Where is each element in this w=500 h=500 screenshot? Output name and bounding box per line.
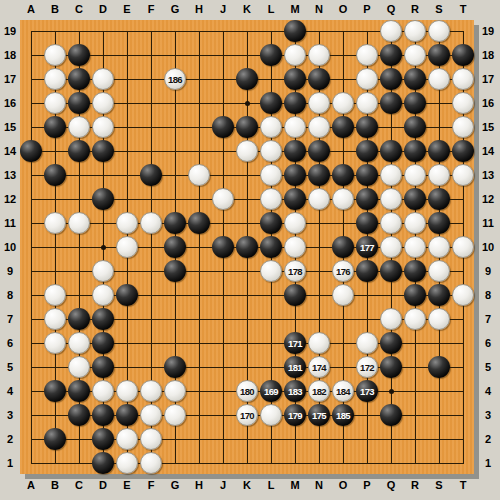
col-label-bottom-L: L	[262, 478, 280, 492]
intersection-G8[interactable]	[167, 287, 183, 303]
intersection-B12[interactable]	[47, 191, 63, 207]
intersection-P1[interactable]	[359, 455, 375, 471]
intersection-T5[interactable]	[455, 359, 471, 375]
intersection-C19[interactable]	[71, 23, 87, 39]
stone-black-N13	[308, 164, 330, 186]
col-label-bottom-A: A	[22, 478, 40, 492]
row-label-right-8: 8	[479, 288, 497, 302]
intersection-G14[interactable]	[167, 143, 183, 159]
intersection-S15[interactable]	[431, 119, 447, 135]
intersection-B9[interactable]	[47, 263, 63, 279]
stone-black-M12	[284, 188, 306, 210]
stone-white-E4	[116, 380, 138, 402]
intersection-O5[interactable]	[335, 359, 351, 375]
stone-white-P18	[356, 44, 378, 66]
intersection-L8[interactable]	[263, 287, 279, 303]
intersection-A13[interactable]	[23, 167, 39, 183]
intersection-K8[interactable]	[239, 287, 255, 303]
intersection-N9[interactable]	[311, 263, 327, 279]
intersection-K5[interactable]	[239, 359, 255, 375]
intersection-H1[interactable]	[191, 455, 207, 471]
intersection-A16[interactable]	[23, 95, 39, 111]
intersection-N11[interactable]	[311, 215, 327, 231]
stone-black-M6: 171	[284, 332, 306, 354]
stone-white-N4: 182	[308, 380, 330, 402]
intersection-E6[interactable]	[119, 335, 135, 351]
intersection-A2[interactable]	[23, 431, 39, 447]
stone-black-R12	[404, 188, 426, 210]
intersection-S16[interactable]	[431, 95, 447, 111]
intersection-A4[interactable]	[23, 383, 39, 399]
stone-black-P10: 177	[356, 236, 378, 258]
intersection-H10[interactable]	[191, 239, 207, 255]
intersection-G1[interactable]	[167, 455, 183, 471]
intersection-H17[interactable]	[191, 71, 207, 87]
stone-black-C16	[68, 92, 90, 114]
intersection-T6[interactable]	[455, 335, 471, 351]
intersection-F5[interactable]	[143, 359, 159, 375]
intersection-K13[interactable]	[239, 167, 255, 183]
stone-black-P14	[356, 140, 378, 162]
stone-white-M11	[284, 212, 306, 234]
intersection-K12[interactable]	[239, 191, 255, 207]
col-label-bottom-S: S	[430, 478, 448, 492]
intersection-M2[interactable]	[287, 431, 303, 447]
intersection-D13[interactable]	[95, 167, 111, 183]
stone-black-R17	[404, 68, 426, 90]
intersection-K18[interactable]	[239, 47, 255, 63]
stone-black-B2	[44, 428, 66, 450]
intersection-A12[interactable]	[23, 191, 39, 207]
intersection-A15[interactable]	[23, 119, 39, 135]
stone-black-P4: 173	[356, 380, 378, 402]
intersection-H9[interactable]	[191, 263, 207, 279]
intersection-J19[interactable]	[215, 23, 231, 39]
intersection-H18[interactable]	[191, 47, 207, 63]
intersection-J7[interactable]	[215, 311, 231, 327]
col-label-bottom-K: K	[238, 478, 256, 492]
intersection-J17[interactable]	[215, 71, 231, 87]
stone-white-L3	[260, 404, 282, 426]
intersection-R1[interactable]	[407, 455, 423, 471]
intersection-J13[interactable]	[215, 167, 231, 183]
intersection-O2[interactable]	[335, 431, 351, 447]
intersection-G6[interactable]	[167, 335, 183, 351]
row-label-right-3: 3	[479, 408, 497, 422]
intersection-A3[interactable]	[23, 407, 39, 423]
intersection-H14[interactable]	[191, 143, 207, 159]
stone-white-O16	[332, 92, 354, 114]
stone-black-K17	[236, 68, 258, 90]
intersection-T3[interactable]	[455, 407, 471, 423]
intersection-F10[interactable]	[143, 239, 159, 255]
intersection-H7[interactable]	[191, 311, 207, 327]
intersection-J8[interactable]	[215, 287, 231, 303]
stone-white-R7	[404, 308, 426, 330]
intersection-K1[interactable]	[239, 455, 255, 471]
stone-white-R18	[404, 44, 426, 66]
col-label-bottom-N: N	[310, 478, 328, 492]
move-number-185: 185	[336, 411, 350, 421]
intersection-L19[interactable]	[263, 23, 279, 39]
stone-black-K10	[236, 236, 258, 258]
intersection-B14[interactable]	[47, 143, 63, 159]
intersection-Q8[interactable]	[383, 287, 399, 303]
col-label-top-C: C	[70, 2, 88, 16]
intersection-F17[interactable]	[143, 71, 159, 87]
row-label-left-19: 19	[1, 24, 19, 38]
col-label-bottom-P: P	[358, 478, 376, 492]
intersection-K7[interactable]	[239, 311, 255, 327]
intersection-F6[interactable]	[143, 335, 159, 351]
intersection-Q4[interactable]	[383, 383, 399, 399]
intersection-P19[interactable]	[359, 23, 375, 39]
row-label-right-16: 16	[479, 96, 497, 110]
intersection-O6[interactable]	[335, 335, 351, 351]
intersection-A9[interactable]	[23, 263, 39, 279]
intersection-E19[interactable]	[119, 23, 135, 39]
col-label-bottom-J: J	[214, 478, 232, 492]
intersection-M1[interactable]	[287, 455, 303, 471]
intersection-A18[interactable]	[23, 47, 39, 63]
intersection-O17[interactable]	[335, 71, 351, 87]
stone-black-R8	[404, 284, 426, 306]
stone-black-N17	[308, 68, 330, 90]
intersection-N7[interactable]	[311, 311, 327, 327]
intersection-T11[interactable]	[455, 215, 471, 231]
intersection-J9[interactable]	[215, 263, 231, 279]
intersection-H3[interactable]	[191, 407, 207, 423]
move-number-177: 177	[360, 243, 374, 253]
intersection-E9[interactable]	[119, 263, 135, 279]
stone-black-Q6	[380, 332, 402, 354]
col-label-top-N: N	[310, 2, 328, 16]
intersection-L17[interactable]	[263, 71, 279, 87]
row-label-left-13: 13	[1, 168, 19, 182]
stone-white-E2	[116, 428, 138, 450]
col-label-bottom-O: O	[334, 478, 352, 492]
intersection-H15[interactable]	[191, 119, 207, 135]
intersection-C9[interactable]	[71, 263, 87, 279]
move-number-171: 171	[288, 339, 302, 349]
row-label-right-6: 6	[479, 336, 497, 350]
stone-white-Q7	[380, 308, 402, 330]
intersection-F12[interactable]	[143, 191, 159, 207]
intersection-A10[interactable]	[23, 239, 39, 255]
stone-white-T13	[452, 164, 474, 186]
intersection-N10[interactable]	[311, 239, 327, 255]
intersection-B10[interactable]	[47, 239, 63, 255]
intersection-R5[interactable]	[407, 359, 423, 375]
stone-black-T18	[452, 44, 474, 66]
stone-white-K4: 180	[236, 380, 258, 402]
intersection-L6[interactable]	[263, 335, 279, 351]
stone-white-C5	[68, 356, 90, 378]
stone-black-F13	[140, 164, 162, 186]
intersection-T2[interactable]	[455, 431, 471, 447]
move-number-176: 176	[336, 267, 350, 277]
intersection-E13[interactable]	[119, 167, 135, 183]
stone-white-T17	[452, 68, 474, 90]
intersection-J4[interactable]	[215, 383, 231, 399]
intersection-J18[interactable]	[215, 47, 231, 63]
intersection-K19[interactable]	[239, 23, 255, 39]
intersection-E14[interactable]	[119, 143, 135, 159]
intersection-N19[interactable]	[311, 23, 327, 39]
intersection-F15[interactable]	[143, 119, 159, 135]
stone-black-R15	[404, 116, 426, 138]
intersection-O18[interactable]	[335, 47, 351, 63]
stone-black-D5	[92, 356, 114, 378]
intersection-D11[interactable]	[95, 215, 111, 231]
row-label-left-3: 3	[1, 408, 19, 422]
intersection-S1[interactable]	[431, 455, 447, 471]
stone-black-R14	[404, 140, 426, 162]
row-label-right-10: 10	[479, 240, 497, 254]
stone-black-P15	[356, 116, 378, 138]
intersection-K2[interactable]	[239, 431, 255, 447]
intersection-H5[interactable]	[191, 359, 207, 375]
intersection-T1[interactable]	[455, 455, 471, 471]
stone-black-G11	[164, 212, 186, 234]
stone-black-N3: 175	[308, 404, 330, 426]
intersection-T4[interactable]	[455, 383, 471, 399]
intersection-O19[interactable]	[335, 23, 351, 39]
intersection-E15[interactable]	[119, 119, 135, 135]
stone-black-Q3	[380, 404, 402, 426]
stone-black-D7	[92, 308, 114, 330]
intersection-A1[interactable]	[23, 455, 39, 471]
intersection-A17[interactable]	[23, 71, 39, 87]
go-board[interactable]: 1861771781761711811741721801691831821841…	[20, 20, 474, 474]
stone-white-K3: 170	[236, 404, 258, 426]
intersection-A6[interactable]	[23, 335, 39, 351]
intersection-F14[interactable]	[143, 143, 159, 159]
intersection-O1[interactable]	[335, 455, 351, 471]
stone-black-L18	[260, 44, 282, 66]
stone-black-L4: 169	[260, 380, 282, 402]
intersection-G18[interactable]	[167, 47, 183, 63]
intersection-A8[interactable]	[23, 287, 39, 303]
intersection-H8[interactable]	[191, 287, 207, 303]
intersection-J6[interactable]	[215, 335, 231, 351]
intersection-G2[interactable]	[167, 431, 183, 447]
intersection-D19[interactable]	[95, 23, 111, 39]
intersection-T12[interactable]	[455, 191, 471, 207]
intersection-C10[interactable]	[71, 239, 87, 255]
stone-black-M17	[284, 68, 306, 90]
intersection-C13[interactable]	[71, 167, 87, 183]
intersection-J11[interactable]	[215, 215, 231, 231]
intersection-F19[interactable]	[143, 23, 159, 39]
intersection-O14[interactable]	[335, 143, 351, 159]
intersection-Q1[interactable]	[383, 455, 399, 471]
stone-white-Q13	[380, 164, 402, 186]
intersection-F7[interactable]	[143, 311, 159, 327]
intersection-R2[interactable]	[407, 431, 423, 447]
row-label-left-16: 16	[1, 96, 19, 110]
intersection-F9[interactable]	[143, 263, 159, 279]
intersection-T7[interactable]	[455, 311, 471, 327]
intersection-F18[interactable]	[143, 47, 159, 63]
intersection-E18[interactable]	[119, 47, 135, 63]
move-number-174: 174	[312, 363, 326, 373]
intersection-S6[interactable]	[431, 335, 447, 351]
intersection-E7[interactable]	[119, 311, 135, 327]
stone-black-M16	[284, 92, 306, 114]
intersection-K9[interactable]	[239, 263, 255, 279]
intersection-A7[interactable]	[23, 311, 39, 327]
intersection-J2[interactable]	[215, 431, 231, 447]
intersection-H6[interactable]	[191, 335, 207, 351]
stone-black-C14	[68, 140, 90, 162]
intersection-F16[interactable]	[143, 95, 159, 111]
col-label-top-E: E	[118, 2, 136, 16]
stone-white-F11	[140, 212, 162, 234]
intersection-D10[interactable]	[95, 239, 111, 255]
intersection-P7[interactable]	[359, 311, 375, 327]
row-label-left-7: 7	[1, 312, 19, 326]
col-label-top-J: J	[214, 2, 232, 16]
stone-white-F3	[140, 404, 162, 426]
intersection-J5[interactable]	[215, 359, 231, 375]
intersection-J16[interactable]	[215, 95, 231, 111]
intersection-A19[interactable]	[23, 23, 39, 39]
intersection-Q2[interactable]	[383, 431, 399, 447]
col-label-bottom-R: R	[406, 478, 424, 492]
stone-white-S9	[428, 260, 450, 282]
intersection-T19[interactable]	[455, 23, 471, 39]
intersection-G19[interactable]	[167, 23, 183, 39]
intersection-A5[interactable]	[23, 359, 39, 375]
intersection-C1[interactable]	[71, 455, 87, 471]
row-label-right-1: 1	[479, 456, 497, 470]
intersection-B19[interactable]	[47, 23, 63, 39]
row-label-right-5: 5	[479, 360, 497, 374]
intersection-C2[interactable]	[71, 431, 87, 447]
intersection-K11[interactable]	[239, 215, 255, 231]
stone-white-D15	[92, 116, 114, 138]
intersection-N2[interactable]	[311, 431, 327, 447]
row-label-left-2: 2	[1, 432, 19, 446]
row-label-right-9: 9	[479, 264, 497, 278]
stone-black-S14	[428, 140, 450, 162]
intersection-M7[interactable]	[287, 311, 303, 327]
stone-white-L15	[260, 116, 282, 138]
intersection-G15[interactable]	[167, 119, 183, 135]
stone-black-G5	[164, 356, 186, 378]
intersection-B1[interactable]	[47, 455, 63, 471]
stone-black-C17	[68, 68, 90, 90]
intersection-K16[interactable]	[239, 95, 255, 111]
intersection-S3[interactable]	[431, 407, 447, 423]
intersection-G12[interactable]	[167, 191, 183, 207]
intersection-J14[interactable]	[215, 143, 231, 159]
stone-white-T16	[452, 92, 474, 114]
intersection-E17[interactable]	[119, 71, 135, 87]
stone-white-P6	[356, 332, 378, 354]
stone-white-S19	[428, 20, 450, 42]
intersection-S2[interactable]	[431, 431, 447, 447]
stone-black-Q14	[380, 140, 402, 162]
stone-black-M13	[284, 164, 306, 186]
intersection-E12[interactable]	[119, 191, 135, 207]
intersection-N8[interactable]	[311, 287, 327, 303]
stone-white-E1	[116, 452, 138, 474]
stone-white-B7	[44, 308, 66, 330]
intersection-H16[interactable]	[191, 95, 207, 111]
stone-white-M18	[284, 44, 306, 66]
stone-black-S8	[428, 284, 450, 306]
intersection-R6[interactable]	[407, 335, 423, 351]
intersection-L2[interactable]	[263, 431, 279, 447]
intersection-F8[interactable]	[143, 287, 159, 303]
intersection-G7[interactable]	[167, 311, 183, 327]
intersection-L5[interactable]	[263, 359, 279, 375]
stone-black-M4: 183	[284, 380, 306, 402]
intersection-C12[interactable]	[71, 191, 87, 207]
col-label-top-A: A	[22, 2, 40, 16]
intersection-E5[interactable]	[119, 359, 135, 375]
intersection-E16[interactable]	[119, 95, 135, 111]
intersection-P3[interactable]	[359, 407, 375, 423]
move-number-172: 172	[360, 363, 374, 373]
intersection-H12[interactable]	[191, 191, 207, 207]
intersection-H4[interactable]	[191, 383, 207, 399]
intersection-L7[interactable]	[263, 311, 279, 327]
row-label-right-7: 7	[479, 312, 497, 326]
intersection-N1[interactable]	[311, 455, 327, 471]
intersection-B5[interactable]	[47, 359, 63, 375]
intersection-J1[interactable]	[215, 455, 231, 471]
row-label-right-18: 18	[479, 48, 497, 62]
stone-black-O10	[332, 236, 354, 258]
stone-black-M5: 181	[284, 356, 306, 378]
intersection-G16[interactable]	[167, 95, 183, 111]
stone-white-O8	[332, 284, 354, 306]
intersection-R3[interactable]	[407, 407, 423, 423]
intersection-G13[interactable]	[167, 167, 183, 183]
stone-black-J10	[212, 236, 234, 258]
intersection-B3[interactable]	[47, 407, 63, 423]
intersection-C8[interactable]	[71, 287, 87, 303]
stone-white-M15	[284, 116, 306, 138]
intersection-K6[interactable]	[239, 335, 255, 351]
intersection-P2[interactable]	[359, 431, 375, 447]
intersection-O7[interactable]	[335, 311, 351, 327]
intersection-S4[interactable]	[431, 383, 447, 399]
intersection-P8[interactable]	[359, 287, 375, 303]
stone-white-R10	[404, 236, 426, 258]
stone-black-D6	[92, 332, 114, 354]
intersection-R4[interactable]	[407, 383, 423, 399]
stone-white-B11	[44, 212, 66, 234]
intersection-O11[interactable]	[335, 215, 351, 231]
move-number-178: 178	[288, 267, 302, 277]
intersection-A11[interactable]	[23, 215, 39, 231]
intersection-T9[interactable]	[455, 263, 471, 279]
stone-black-N14	[308, 140, 330, 162]
col-label-top-S: S	[430, 2, 448, 16]
intersection-H19[interactable]	[191, 23, 207, 39]
intersection-H2[interactable]	[191, 431, 207, 447]
intersection-Q15[interactable]	[383, 119, 399, 135]
intersection-J3[interactable]	[215, 407, 231, 423]
intersection-L1[interactable]	[263, 455, 279, 471]
stone-white-S13	[428, 164, 450, 186]
intersection-D18[interactable]	[95, 47, 111, 63]
stone-white-G4	[164, 380, 186, 402]
